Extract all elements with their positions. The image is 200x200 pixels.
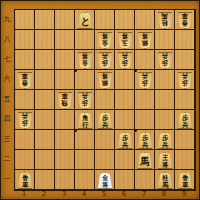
piece-kanji: 飛車 [62, 93, 69, 106]
board-cell[interactable] [15, 90, 35, 110]
board-cell[interactable] [175, 30, 195, 50]
star-point [134, 69, 137, 72]
board-cell[interactable] [55, 10, 75, 30]
board-cell[interactable] [15, 30, 35, 50]
board-cell[interactable] [55, 170, 75, 190]
piece-kanji: 玉将 [122, 33, 129, 46]
piece-kanji: 角行 [82, 115, 89, 128]
file-label: 2 [34, 189, 54, 200]
piece-kanji: 歩兵 [182, 73, 189, 86]
piece-kanji: 銀将 [142, 33, 149, 46]
piece-kanji: 歩兵 [102, 115, 109, 128]
piece-kanji: 歩兵 [82, 93, 89, 106]
piece-kanji: 銀将 [102, 73, 109, 86]
file-label: 4 [74, 189, 94, 200]
piece-kanji: 歩兵 [102, 53, 109, 66]
rank-label: 三 [1, 129, 13, 149]
board-cell[interactable] [55, 130, 75, 150]
board-cell[interactable] [35, 10, 55, 30]
board-cell[interactable] [35, 50, 55, 70]
piece-kanji: 歩兵 [122, 53, 129, 66]
board-cell[interactable] [35, 110, 55, 130]
piece-kanji: 香車 [22, 73, 29, 86]
board-cell[interactable] [75, 150, 95, 170]
piece-kanji: 歩兵 [22, 113, 29, 126]
board-cell[interactable] [155, 70, 175, 90]
rank-label: 二 [1, 149, 13, 169]
board-cell[interactable] [95, 130, 115, 150]
board-cell[interactable] [35, 150, 55, 170]
file-label: 6 [114, 189, 134, 200]
board-cell[interactable] [115, 10, 135, 30]
board-cell[interactable] [55, 50, 75, 70]
piece-kanji: 馬 [140, 156, 150, 167]
board-cell[interactable] [15, 10, 35, 30]
board-cell[interactable] [175, 90, 195, 110]
shogi-board: と桂馬香車金将玉将銀将金将歩兵歩兵歩兵香車銀将歩兵歩兵飛車歩兵歩兵角行歩兵歩兵歩… [14, 9, 196, 191]
board-cell[interactable] [155, 30, 175, 50]
piece-kanji: 歩兵 [162, 53, 169, 66]
board-cell[interactable] [155, 90, 175, 110]
board-cell[interactable] [175, 150, 195, 170]
rank-label: 四 [1, 109, 13, 129]
piece-kanji: 歩兵 [122, 135, 129, 148]
board-cell[interactable] [135, 10, 155, 30]
file-label: 7 [134, 189, 154, 200]
board-cell[interactable] [135, 90, 155, 110]
board-cell[interactable] [35, 130, 55, 150]
star-point [74, 129, 77, 132]
board-cell[interactable] [95, 90, 115, 110]
board-cell[interactable] [95, 150, 115, 170]
piece-kanji: 桂馬 [162, 13, 169, 26]
piece-kanji: 王将 [162, 155, 169, 168]
file-label: 8 [154, 189, 174, 200]
board-cell[interactable] [135, 50, 155, 70]
board-cell[interactable] [55, 150, 75, 170]
piece-kanji: と [80, 16, 90, 27]
board-cell[interactable] [55, 110, 75, 130]
board-cell[interactable] [175, 50, 195, 70]
piece-kanji: 金将 [82, 53, 89, 66]
board-cell[interactable] [115, 150, 135, 170]
board-cell[interactable] [115, 70, 135, 90]
rank-labels: 九八七六五四三二一 [1, 9, 14, 189]
file-label: 3 [54, 189, 74, 200]
board-cell[interactable] [55, 70, 75, 90]
board-cell[interactable] [35, 90, 55, 110]
board-cell[interactable] [15, 50, 35, 70]
piece-kanji: 歩兵 [142, 135, 149, 148]
board-cell[interactable] [55, 30, 75, 50]
rank-label: 五 [1, 89, 13, 109]
board-cell[interactable] [75, 130, 95, 150]
file-label: 5 [94, 189, 114, 200]
piece-kanji: 歩兵 [162, 135, 169, 148]
board-cell[interactable] [115, 170, 135, 190]
file-labels: 123456789 [14, 189, 194, 200]
board-cell[interactable] [75, 70, 95, 90]
rank-label: 九 [1, 9, 13, 29]
board-cell[interactable] [35, 70, 55, 90]
board-cell[interactable] [175, 130, 195, 150]
piece-kanji: 桂馬 [162, 175, 169, 188]
piece-kanji: 香車 [22, 175, 29, 188]
board-cell[interactable] [35, 30, 55, 50]
file-label: 9 [174, 189, 194, 200]
board-cell[interactable] [75, 170, 95, 190]
piece-kanji: 歩兵 [182, 115, 189, 128]
shogi-app-screen: 九八七六五四三二一 と桂馬香車金将玉将銀将金将歩兵歩兵歩兵香車銀将歩兵歩兵飛車歩… [0, 0, 200, 200]
board-cell[interactable] [135, 110, 155, 130]
board-cell[interactable] [75, 30, 95, 50]
rank-label: 七 [1, 49, 13, 69]
board-cell[interactable] [155, 110, 175, 130]
rank-label: 八 [1, 29, 13, 49]
rank-label: 六 [1, 69, 13, 89]
board-cell[interactable] [15, 130, 35, 150]
board-cell[interactable] [15, 150, 35, 170]
board-cell[interactable] [115, 110, 135, 130]
star-point [134, 129, 137, 132]
piece-kanji: 金将 [102, 175, 109, 188]
piece-kanji: 香車 [182, 175, 189, 188]
piece-kanji: 金将 [102, 33, 109, 46]
board-cell[interactable] [95, 10, 115, 30]
board-cell[interactable] [35, 170, 55, 190]
board-cell[interactable] [135, 170, 155, 190]
star-point [74, 69, 77, 72]
piece-kanji: 香車 [182, 13, 189, 26]
piece-kanji: 歩兵 [142, 73, 149, 86]
board-cell[interactable] [115, 90, 135, 110]
file-label: 1 [14, 189, 34, 200]
rank-label: 一 [1, 169, 13, 189]
